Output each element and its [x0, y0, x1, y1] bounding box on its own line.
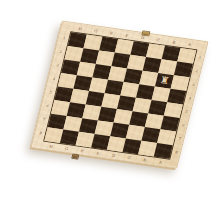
coord-file-top: C [156, 38, 160, 42]
coord-file-bottom: C [127, 156, 131, 160]
coord-file-top: D [141, 36, 145, 40]
coord-rank-right: 1 [198, 56, 201, 60]
square-a8 [154, 143, 173, 159]
coord-rank-left: 7 [42, 118, 45, 122]
coord-file-top: F [110, 31, 114, 35]
coord-rank-left: 8 [39, 131, 42, 135]
coord-file-bottom: H [49, 145, 53, 149]
coord-rank-right: 6 [181, 124, 184, 128]
board-photo: ♜ HH11GG22FF33EE44DD55CC66BB77AA88 [0, 0, 220, 200]
coord-rank-right: 3 [192, 83, 195, 87]
coord-file-bottom: G [65, 147, 69, 151]
brass-latch-icon [141, 30, 150, 37]
coord-file-bottom: B [143, 158, 147, 162]
coord-rank-left: 4 [52, 77, 55, 81]
coord-rank-right: 5 [185, 110, 188, 114]
coord-file-top: A [188, 43, 192, 47]
board-grid: ♜ [43, 31, 197, 159]
coord-file-top: E [125, 34, 129, 38]
coord-file-bottom: F [80, 149, 84, 153]
brass-hinge-icon [71, 153, 79, 159]
coord-file-top: B [172, 40, 176, 44]
coord-rank-right: 2 [195, 69, 198, 73]
coord-rank-right: 7 [178, 137, 181, 141]
coord-rank-right: 8 [175, 151, 178, 155]
coord-rank-left: 5 [49, 91, 52, 95]
coord-file-bottom: A [159, 160, 163, 164]
coord-file-top: G [94, 29, 98, 33]
coord-rank-right: 4 [188, 97, 191, 101]
coord-rank-left: 1 [62, 36, 65, 40]
coord-rank-left: 3 [56, 64, 59, 68]
chess-board: ♜ HH11GG22FF33EE44DD55CC66BB77AA88 [31, 21, 209, 169]
coord-rank-left: 6 [46, 104, 49, 108]
coord-file-top: H [78, 27, 82, 31]
coord-file-bottom: E [96, 151, 100, 155]
coord-rank-left: 2 [59, 50, 62, 54]
coord-file-bottom: D [112, 154, 116, 158]
